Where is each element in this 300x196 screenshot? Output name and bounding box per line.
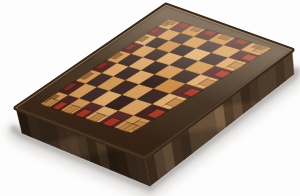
photo-stage: [0, 0, 300, 196]
checkerboard-cutting-board-photo: [0, 0, 300, 196]
